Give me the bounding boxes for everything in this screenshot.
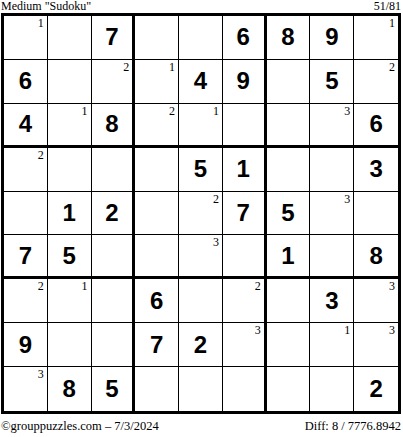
pencil-mark: 3 bbox=[213, 235, 219, 249]
sudoku-cell-r3c7[interactable] bbox=[267, 104, 311, 148]
sudoku-cell-r2c3[interactable]: 2 bbox=[92, 60, 136, 104]
sudoku-cell-r9c3[interactable]: 5 bbox=[92, 367, 136, 411]
cell-digit: 1 bbox=[62, 201, 75, 225]
sudoku-cell-r1c2[interactable] bbox=[48, 16, 92, 60]
sudoku-cell-r7c6[interactable]: 2 bbox=[223, 279, 267, 323]
sudoku-cell-r9c8[interactable] bbox=[310, 367, 354, 411]
sudoku-cell-r3c4[interactable]: 2 bbox=[135, 104, 179, 148]
cell-digit: 7 bbox=[237, 201, 250, 225]
sudoku-cell-r3c3[interactable]: 8 bbox=[92, 104, 136, 148]
progress-counter: 51/81 bbox=[374, 0, 401, 13]
sudoku-cell-r6c1[interactable]: 7 bbox=[4, 235, 48, 279]
sudoku-cell-r5c4[interactable] bbox=[135, 192, 179, 236]
cell-digit: 4 bbox=[194, 69, 207, 93]
sudoku-cell-r8c9[interactable]: 3 bbox=[354, 323, 398, 367]
sudoku-cell-r5c7[interactable]: 5 bbox=[267, 192, 311, 236]
sudoku-cell-r5c3[interactable]: 2 bbox=[92, 192, 136, 236]
cell-digit: 5 bbox=[194, 157, 207, 181]
sudoku-cell-r7c4[interactable]: 6 bbox=[135, 279, 179, 323]
pencil-mark: 2 bbox=[255, 279, 261, 293]
sudoku-cell-r4c6[interactable]: 1 bbox=[223, 148, 267, 192]
sudoku-cell-r1c6[interactable]: 6 bbox=[223, 16, 267, 60]
sudoku-cell-r7c5[interactable] bbox=[179, 279, 223, 323]
pencil-mark: 2 bbox=[389, 60, 395, 74]
sudoku-cell-r2c1[interactable]: 6 bbox=[4, 60, 48, 104]
cell-digit: 2 bbox=[194, 333, 207, 357]
sudoku-cell-r5c1[interactable] bbox=[4, 192, 48, 236]
pencil-mark: 1 bbox=[82, 104, 88, 118]
pencil-mark: 2 bbox=[169, 104, 175, 118]
sudoku-cell-r6c3[interactable] bbox=[92, 235, 136, 279]
pencil-mark: 1 bbox=[213, 104, 219, 118]
cell-digit: 3 bbox=[325, 289, 338, 313]
sudoku-cell-r3c2[interactable]: 1 bbox=[48, 104, 92, 148]
sudoku-cell-r7c1[interactable]: 2 bbox=[4, 279, 48, 323]
sudoku-cell-r9c6[interactable] bbox=[223, 367, 267, 411]
pencil-mark: 3 bbox=[344, 104, 350, 118]
sudoku-cell-r6c6[interactable] bbox=[223, 235, 267, 279]
cell-digit: 9 bbox=[237, 69, 250, 93]
sudoku-cell-r5c2[interactable]: 1 bbox=[48, 192, 92, 236]
sudoku-cell-r9c1[interactable]: 3 bbox=[4, 367, 48, 411]
sudoku-cell-r2c7[interactable] bbox=[267, 60, 311, 104]
pencil-mark: 3 bbox=[344, 192, 350, 206]
pencil-mark: 3 bbox=[255, 323, 261, 337]
sudoku-cell-r2c9[interactable]: 2 bbox=[354, 60, 398, 104]
pencil-mark: 1 bbox=[169, 60, 175, 74]
sudoku-grid: 1768916214952418213625131227537531821623… bbox=[1, 13, 401, 414]
sudoku-cell-r6c5[interactable]: 3 bbox=[179, 235, 223, 279]
sudoku-cell-r7c7[interactable] bbox=[267, 279, 311, 323]
pencil-mark: 2 bbox=[38, 148, 44, 162]
sudoku-cell-r1c4[interactable] bbox=[135, 16, 179, 60]
sudoku-cell-r4c4[interactable] bbox=[135, 148, 179, 192]
sudoku-cell-r4c5[interactable]: 5 bbox=[179, 148, 223, 192]
sudoku-cell-r8c1[interactable]: 9 bbox=[4, 323, 48, 367]
sudoku-cell-r8c6[interactable]: 3 bbox=[223, 323, 267, 367]
cell-digit: 1 bbox=[281, 244, 294, 268]
sudoku-cell-r8c7[interactable] bbox=[267, 323, 311, 367]
sudoku-cell-r2c6[interactable]: 9 bbox=[223, 60, 267, 104]
sudoku-cell-r1c1[interactable]: 1 bbox=[4, 16, 48, 60]
pencil-mark: 1 bbox=[82, 279, 88, 293]
sudoku-cell-r9c4[interactable] bbox=[135, 367, 179, 411]
cell-digit: 3 bbox=[369, 157, 382, 181]
cell-digit: 6 bbox=[19, 69, 32, 93]
sudoku-cell-r8c2[interactable] bbox=[48, 323, 92, 367]
sudoku-cell-r7c3[interactable] bbox=[92, 279, 136, 323]
sudoku-cell-r8c8[interactable]: 1 bbox=[310, 323, 354, 367]
sudoku-cell-r4c7[interactable] bbox=[267, 148, 311, 192]
sudoku-cell-r9c9[interactable]: 2 bbox=[354, 367, 398, 411]
sudoku-cell-r1c7[interactable]: 8 bbox=[267, 16, 311, 60]
pencil-mark: 2 bbox=[123, 60, 129, 74]
cell-digit: 7 bbox=[105, 25, 118, 49]
difficulty-text: Diff: 8 / 7776.8942 bbox=[305, 418, 401, 434]
pencil-mark: 3 bbox=[389, 323, 395, 337]
page-title: Medium "Sudoku" bbox=[1, 0, 91, 13]
cell-digit: 5 bbox=[325, 69, 338, 93]
sudoku-cell-r8c4[interactable]: 7 bbox=[135, 323, 179, 367]
pencil-mark: 2 bbox=[213, 192, 219, 206]
sudoku-cell-r6c2[interactable]: 5 bbox=[48, 235, 92, 279]
cell-digit: 5 bbox=[281, 201, 294, 225]
cell-digit: 7 bbox=[150, 333, 163, 357]
sudoku-cell-r1c9[interactable]: 1 bbox=[354, 16, 398, 60]
cell-digit: 8 bbox=[369, 244, 382, 268]
sudoku-cell-r2c4[interactable]: 1 bbox=[135, 60, 179, 104]
sudoku-cell-r5c8[interactable]: 3 bbox=[310, 192, 354, 236]
sudoku-cell-r1c3[interactable]: 7 bbox=[92, 16, 136, 60]
pencil-mark: 3 bbox=[389, 279, 395, 293]
sudoku-cell-r2c5[interactable]: 4 bbox=[179, 60, 223, 104]
sudoku-cell-r9c2[interactable]: 8 bbox=[48, 367, 92, 411]
cell-digit: 6 bbox=[369, 112, 382, 136]
cell-digit: 2 bbox=[105, 201, 118, 225]
sudoku-cell-r7c9[interactable]: 3 bbox=[354, 279, 398, 323]
sudoku-cell-r4c9[interactable]: 3 bbox=[354, 148, 398, 192]
sudoku-cell-r9c7[interactable] bbox=[267, 367, 311, 411]
cell-digit: 6 bbox=[150, 289, 163, 313]
cell-digit: 1 bbox=[237, 157, 250, 181]
sudoku-cell-r5c6[interactable]: 7 bbox=[223, 192, 267, 236]
sudoku-cell-r3c1[interactable]: 4 bbox=[4, 104, 48, 148]
cell-digit: 7 bbox=[19, 244, 32, 268]
pencil-mark: 3 bbox=[38, 367, 44, 381]
sudoku-cell-r3c5[interactable]: 1 bbox=[179, 104, 223, 148]
pencil-mark: 1 bbox=[38, 16, 44, 30]
copyright-text: ©grouppuzzles.com – 7/3/2024 bbox=[1, 418, 159, 434]
sudoku-cell-r3c9[interactable]: 6 bbox=[354, 104, 398, 148]
pencil-mark: 1 bbox=[344, 323, 350, 337]
sudoku-cell-r1c8[interactable]: 9 bbox=[310, 16, 354, 60]
sudoku-cell-r5c9[interactable] bbox=[354, 192, 398, 236]
pencil-mark: 1 bbox=[389, 16, 395, 30]
sudoku-cell-r1c5[interactable] bbox=[179, 16, 223, 60]
sudoku-cell-r6c9[interactable]: 8 bbox=[354, 235, 398, 279]
sudoku-cell-r7c2[interactable]: 1 bbox=[48, 279, 92, 323]
sudoku-cell-r8c5[interactable]: 2 bbox=[179, 323, 223, 367]
sudoku-cell-r4c2[interactable] bbox=[48, 148, 92, 192]
cell-digit: 8 bbox=[105, 112, 118, 136]
sudoku-cell-r2c2[interactable] bbox=[48, 60, 92, 104]
cell-digit: 8 bbox=[62, 377, 75, 401]
header-bar: Medium "Sudoku" 51/81 bbox=[0, 0, 403, 13]
sudoku-cell-r5c5[interactable]: 2 bbox=[179, 192, 223, 236]
cell-digit: 5 bbox=[105, 377, 118, 401]
sudoku-cell-r3c6[interactable] bbox=[223, 104, 267, 148]
sudoku-cell-r4c1[interactable]: 2 bbox=[4, 148, 48, 192]
sudoku-cell-r9c5[interactable] bbox=[179, 367, 223, 411]
cell-digit: 9 bbox=[325, 25, 338, 49]
sudoku-cell-r8c3[interactable] bbox=[92, 323, 136, 367]
sudoku-cell-r7c8[interactable]: 3 bbox=[310, 279, 354, 323]
sudoku-cell-r2c8[interactable]: 5 bbox=[310, 60, 354, 104]
cell-digit: 8 bbox=[281, 25, 294, 49]
sudoku-cell-r3c8[interactable]: 3 bbox=[310, 104, 354, 148]
cell-digit: 9 bbox=[19, 333, 32, 357]
sudoku-cell-r4c3[interactable] bbox=[92, 148, 136, 192]
cell-digit: 6 bbox=[237, 25, 250, 49]
footer-bar: ©grouppuzzles.com – 7/3/2024 Diff: 8 / 7… bbox=[0, 417, 403, 434]
cell-digit: 4 bbox=[19, 112, 32, 136]
sudoku-cell-r4c8[interactable] bbox=[310, 148, 354, 192]
sudoku-cell-r6c8[interactable] bbox=[310, 235, 354, 279]
cell-digit: 5 bbox=[62, 244, 75, 268]
sudoku-cell-r6c7[interactable]: 1 bbox=[267, 235, 311, 279]
pencil-mark: 2 bbox=[38, 279, 44, 293]
sudoku-cell-r6c4[interactable] bbox=[135, 235, 179, 279]
cell-digit: 2 bbox=[369, 377, 382, 401]
